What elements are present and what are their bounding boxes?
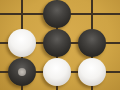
black-stone[interactable] <box>8 58 36 86</box>
black-stone[interactable] <box>43 0 71 28</box>
white-stone[interactable] <box>43 58 71 86</box>
black-stone[interactable] <box>78 29 106 57</box>
last-move-marker <box>18 68 26 76</box>
white-stone[interactable] <box>78 58 106 86</box>
white-stone[interactable] <box>8 29 36 57</box>
go-board[interactable] <box>0 0 120 90</box>
black-stone[interactable] <box>43 29 71 57</box>
